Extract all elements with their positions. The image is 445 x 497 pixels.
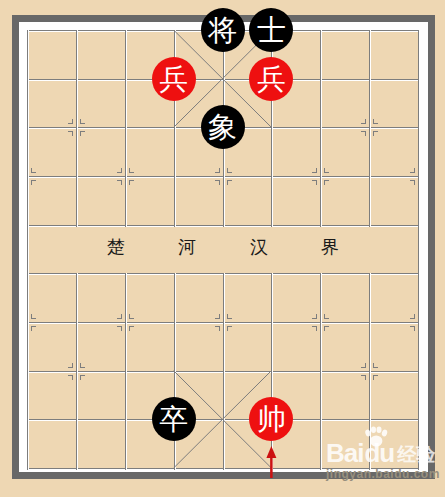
point-marker bbox=[117, 180, 122, 185]
river-label-0: 楚 bbox=[107, 235, 125, 259]
xiangqi-board: 楚河汉界将士兵兵象卒帅 bbox=[27, 30, 418, 468]
point-marker bbox=[324, 314, 329, 319]
page-background: { "game": { "name": "xiangqi", "position… bbox=[0, 0, 445, 497]
baidu-logo-du-wrap: du bbox=[364, 440, 394, 466]
point-marker bbox=[373, 119, 378, 124]
point-marker bbox=[410, 180, 415, 185]
grid-vline bbox=[125, 30, 127, 227]
baidu-logo-bai: Bai bbox=[326, 440, 363, 466]
point-marker bbox=[410, 314, 415, 319]
watermark-url: jingyan.baidu.com bbox=[326, 467, 445, 481]
baidu-paw-icon bbox=[363, 426, 389, 448]
point-marker bbox=[227, 326, 232, 331]
point-marker bbox=[361, 363, 366, 368]
black-soldier[interactable]: 卒 bbox=[152, 397, 196, 441]
point-marker bbox=[227, 180, 232, 185]
grid-vline bbox=[27, 30, 29, 470]
baidu-jingyan-text: 经验 bbox=[397, 445, 435, 464]
point-marker bbox=[324, 180, 329, 185]
point-marker bbox=[117, 168, 122, 173]
point-marker bbox=[80, 375, 85, 380]
point-marker bbox=[227, 314, 232, 319]
point-marker bbox=[373, 363, 378, 368]
point-marker bbox=[80, 131, 85, 136]
point-marker bbox=[68, 363, 73, 368]
point-marker bbox=[117, 326, 122, 331]
grid-vline bbox=[320, 273, 322, 470]
point-marker bbox=[410, 326, 415, 331]
point-marker bbox=[312, 180, 317, 185]
point-marker bbox=[410, 168, 415, 173]
point-marker bbox=[312, 314, 317, 319]
point-marker bbox=[215, 326, 220, 331]
point-marker bbox=[312, 168, 317, 173]
point-marker bbox=[215, 168, 220, 173]
point-marker bbox=[31, 314, 36, 319]
grid-vline bbox=[223, 273, 225, 470]
point-marker bbox=[227, 168, 232, 173]
point-marker bbox=[373, 375, 378, 380]
river-label-3: 界 bbox=[321, 235, 339, 259]
grid-vline bbox=[76, 30, 78, 227]
point-marker bbox=[361, 375, 366, 380]
point-marker bbox=[31, 168, 36, 173]
point-marker bbox=[31, 180, 36, 185]
grid-vline bbox=[76, 273, 78, 470]
black-elephant[interactable]: 象 bbox=[201, 105, 245, 149]
point-marker bbox=[215, 314, 220, 319]
point-marker bbox=[361, 131, 366, 136]
grid-vline bbox=[320, 30, 322, 227]
black-advisor[interactable]: 士 bbox=[249, 8, 293, 52]
point-marker bbox=[324, 168, 329, 173]
point-marker bbox=[68, 375, 73, 380]
point-marker bbox=[129, 168, 134, 173]
grid-vline bbox=[418, 30, 420, 470]
red-soldier-left[interactable]: 兵 bbox=[152, 57, 196, 101]
point-marker bbox=[361, 119, 366, 124]
grid-vline bbox=[369, 30, 371, 227]
point-marker bbox=[373, 131, 378, 136]
red-soldier-right[interactable]: 兵 bbox=[249, 57, 293, 101]
point-marker bbox=[129, 314, 134, 319]
point-marker bbox=[68, 131, 73, 136]
point-marker bbox=[117, 314, 122, 319]
red-general[interactable]: 帅 bbox=[249, 397, 293, 441]
point-marker bbox=[215, 180, 220, 185]
point-marker bbox=[80, 119, 85, 124]
baidu-logo: Bai du 经验 bbox=[326, 440, 445, 466]
black-general[interactable]: 将 bbox=[201, 8, 245, 52]
point-marker bbox=[312, 326, 317, 331]
point-marker bbox=[129, 180, 134, 185]
point-marker bbox=[324, 326, 329, 331]
grid-vline bbox=[125, 273, 127, 470]
river-label-2: 汉 bbox=[250, 235, 268, 259]
point-marker bbox=[80, 363, 85, 368]
river-label-1: 河 bbox=[178, 235, 196, 259]
point-marker bbox=[68, 119, 73, 124]
point-marker bbox=[129, 326, 134, 331]
point-marker bbox=[31, 326, 36, 331]
watermark: Bai du 经验 jingyan.baidu.com bbox=[326, 440, 445, 481]
